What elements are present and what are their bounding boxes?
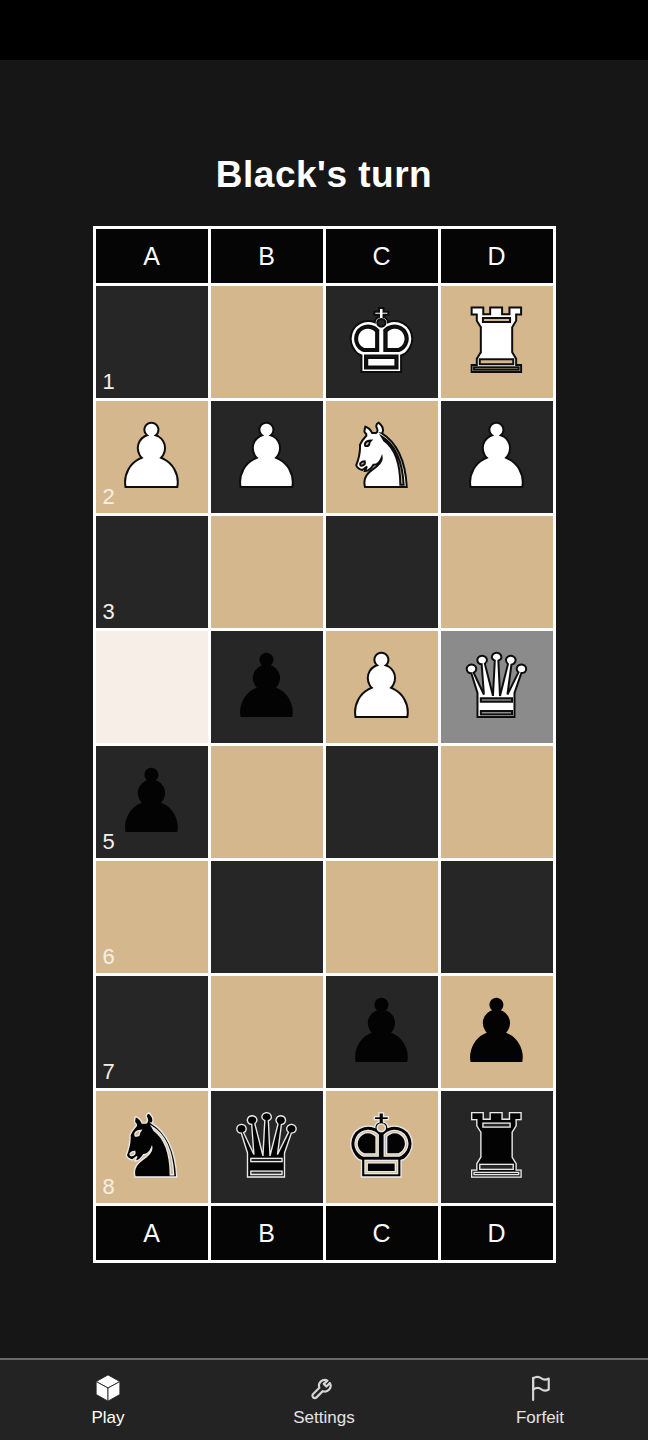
square-d2[interactable]: ♟ <box>441 401 553 513</box>
square-b7[interactable] <box>211 976 323 1088</box>
square-a3[interactable]: 3 <box>96 516 208 628</box>
flag-icon <box>525 1373 555 1403</box>
piece-black-king: ♚ <box>342 1091 421 1203</box>
square-c6[interactable] <box>326 861 438 973</box>
nav-item-label: Play <box>91 1408 124 1428</box>
square-a1[interactable]: 1 <box>96 286 208 398</box>
piece-white-pawn: ♟ <box>457 401 536 513</box>
rank-label-6: 6 <box>103 944 115 970</box>
nav-item-label: Forfeit <box>516 1408 564 1428</box>
square-d8[interactable]: ♜ <box>441 1091 553 1203</box>
piece-white-pawn: ♟ <box>112 401 191 513</box>
square-c3[interactable] <box>326 516 438 628</box>
rank-label-1: 1 <box>103 369 115 395</box>
nav-item-play[interactable]: Play <box>0 1360 216 1440</box>
nav-item-forfeit[interactable]: Forfeit <box>432 1360 648 1440</box>
square-d3[interactable] <box>441 516 553 628</box>
file-label-top-a: A <box>96 229 208 283</box>
file-label-bottom-d: D <box>441 1206 553 1260</box>
square-d7[interactable]: ♟ <box>441 976 553 1088</box>
bottom-nav: Play Settings Forfeit <box>0 1358 648 1440</box>
rank-label-5: 5 <box>103 829 115 855</box>
wrench-icon <box>309 1373 339 1403</box>
file-label-bottom-b: B <box>211 1206 323 1260</box>
square-c5[interactable] <box>326 746 438 858</box>
piece-black-pawn: ♟ <box>112 746 191 858</box>
square-c4[interactable]: ♟ <box>326 631 438 743</box>
file-label-bottom-a: A <box>96 1206 208 1260</box>
piece-white-rook: ♜ <box>457 286 536 398</box>
square-c1[interactable]: ♚ <box>326 286 438 398</box>
square-a5[interactable]: 5♟ <box>96 746 208 858</box>
square-d6[interactable] <box>441 861 553 973</box>
square-b1[interactable] <box>211 286 323 398</box>
chess-board: ABCD1♚♜2♟♟♞♟34♟♟♛5♟67♟♟8♞♛♚♜ABCD <box>93 226 556 1263</box>
rank-label-2: 2 <box>103 484 115 510</box>
square-b8[interactable]: ♛ <box>211 1091 323 1203</box>
piece-white-pawn: ♟ <box>342 631 421 743</box>
square-b6[interactable] <box>211 861 323 973</box>
piece-white-king: ♚ <box>342 286 421 398</box>
piece-white-knight: ♞ <box>342 401 421 513</box>
square-b3[interactable] <box>211 516 323 628</box>
nav-item-label: Settings <box>293 1408 354 1428</box>
rank-label-3: 3 <box>103 599 115 625</box>
piece-black-queen: ♛ <box>227 1091 306 1203</box>
piece-black-pawn: ♟ <box>457 976 536 1088</box>
file-label-top-c: C <box>326 229 438 283</box>
piece-black-rook: ♜ <box>457 1091 536 1203</box>
nav-item-settings[interactable]: Settings <box>216 1360 432 1440</box>
square-b5[interactable] <box>211 746 323 858</box>
square-a8[interactable]: 8♞ <box>96 1091 208 1203</box>
status-bar <box>0 0 648 60</box>
rank-label-4: 4 <box>103 714 115 740</box>
turn-indicator-title: Black's turn <box>0 60 648 196</box>
cube-icon <box>93 1373 123 1403</box>
piece-white-pawn: ♟ <box>227 401 306 513</box>
square-d1[interactable]: ♜ <box>441 286 553 398</box>
piece-black-pawn: ♟ <box>227 631 306 743</box>
square-d5[interactable] <box>441 746 553 858</box>
square-a7[interactable]: 7 <box>96 976 208 1088</box>
square-c8[interactable]: ♚ <box>326 1091 438 1203</box>
square-a4[interactable]: 4 <box>96 631 208 743</box>
file-label-top-b: B <box>211 229 323 283</box>
rank-label-8: 8 <box>103 1174 115 1200</box>
square-a2[interactable]: 2♟ <box>96 401 208 513</box>
square-a6[interactable]: 6 <box>96 861 208 973</box>
rank-label-7: 7 <box>103 1059 115 1085</box>
square-b4[interactable]: ♟ <box>211 631 323 743</box>
square-d4[interactable]: ♛ <box>441 631 553 743</box>
square-b2[interactable]: ♟ <box>211 401 323 513</box>
piece-black-pawn: ♟ <box>342 976 421 1088</box>
file-label-top-d: D <box>441 229 553 283</box>
piece-white-queen: ♛ <box>457 631 536 743</box>
square-c7[interactable]: ♟ <box>326 976 438 1088</box>
square-c2[interactable]: ♞ <box>326 401 438 513</box>
file-label-bottom-c: C <box>326 1206 438 1260</box>
piece-black-knight: ♞ <box>112 1091 191 1203</box>
